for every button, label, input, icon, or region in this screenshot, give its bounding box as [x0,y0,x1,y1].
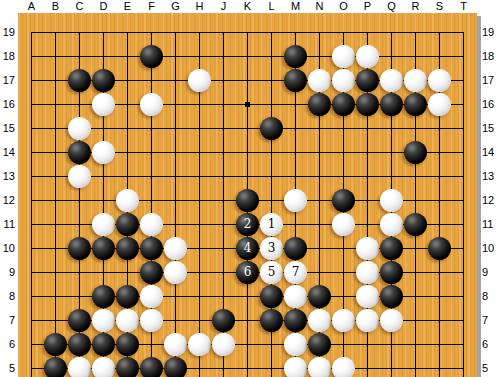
white-stone-P10[interactable] [356,237,379,260]
white-stone-O7[interactable] [332,309,355,332]
col-label-M: M [284,0,308,13]
black-stone-N16[interactable] [308,93,331,116]
white-stone-E7[interactable] [116,309,139,332]
star-point-K16 [245,102,250,107]
white-stone-S17[interactable] [428,69,451,92]
row-label-right-19: 19 [482,25,500,39]
black-stone-Q8[interactable] [380,285,403,308]
black-stone-C17[interactable] [68,69,91,92]
black-stone-C14[interactable] [68,141,91,164]
row-label-right-16: 16 [482,97,500,111]
row-label-left-15: 15 [0,121,15,135]
row-label-right-7: 7 [482,313,500,327]
black-stone-B6[interactable] [44,333,67,356]
move-1-stone-L11[interactable]: 1 [260,213,283,236]
move-5-stone-L9[interactable]: 5 [260,261,283,284]
col-label-J: J [212,0,236,13]
black-stone-D10[interactable] [92,237,115,260]
black-stone-J7[interactable] [212,309,235,332]
col-label-E: E [116,0,140,13]
white-stone-P7[interactable] [356,309,379,332]
white-stone-C5[interactable] [68,357,91,377]
white-stone-N7[interactable] [308,309,331,332]
move-3-stone-L10[interactable]: 3 [260,237,283,260]
board-drop-shadow [477,16,481,377]
grid-line-vertical [31,32,32,377]
black-stone-E11[interactable] [116,213,139,236]
grid-line-vertical [463,32,464,377]
white-stone-N5[interactable] [308,357,331,377]
black-stone-E5[interactable] [116,357,139,377]
black-stone-N6[interactable] [308,333,331,356]
black-stone-L15[interactable] [260,117,283,140]
row-label-left-18: 18 [0,49,15,63]
move-6-stone-K9[interactable]: 6 [236,261,259,284]
move-4-stone-K10[interactable]: 4 [236,237,259,260]
row-label-left-9: 9 [0,265,15,279]
go-board[interactable]: 2143657 [18,13,477,377]
col-label-K: K [236,0,260,13]
white-stone-Q17[interactable] [380,69,403,92]
white-stone-J6[interactable] [212,333,235,356]
col-label-N: N [308,0,332,13]
white-stone-O17[interactable] [332,69,355,92]
white-stone-N17[interactable] [308,69,331,92]
go-app-window: 2143657 ABCDEFGHJKLMNOPQRST 191817161514… [0,0,500,377]
black-stone-M10[interactable] [284,237,307,260]
black-stone-C7[interactable] [68,309,91,332]
black-stone-R11[interactable] [404,213,427,236]
black-stone-F10[interactable] [140,237,163,260]
col-label-T: T [452,0,476,13]
black-stone-M18[interactable] [284,45,307,68]
white-stone-O11[interactable] [332,213,355,236]
black-stone-S10[interactable] [428,237,451,260]
white-stone-F7[interactable] [140,309,163,332]
row-label-left-5: 5 [0,361,15,375]
col-label-Q: Q [380,0,404,13]
row-label-right-10: 10 [482,241,500,255]
white-stone-M8[interactable] [284,285,307,308]
black-stone-D6[interactable] [92,333,115,356]
row-label-right-15: 15 [482,121,500,135]
row-label-left-16: 16 [0,97,15,111]
row-label-left-17: 17 [0,73,15,87]
black-stone-D17[interactable] [92,69,115,92]
black-stone-K12[interactable] [236,189,259,212]
row-label-right-17: 17 [482,73,500,87]
row-label-left-14: 14 [0,145,15,159]
col-label-B: B [44,0,68,13]
row-label-left-12: 12 [0,193,15,207]
white-stone-Q12[interactable] [380,189,403,212]
col-label-C: C [68,0,92,13]
white-stone-Q11[interactable] [380,213,403,236]
white-stone-E12[interactable] [116,189,139,212]
row-label-left-6: 6 [0,337,15,351]
black-stone-O12[interactable] [332,189,355,212]
black-stone-P16[interactable] [356,93,379,116]
row-label-left-10: 10 [0,241,15,255]
black-stone-M17[interactable] [284,69,307,92]
grid-line-horizontal [31,176,464,177]
black-stone-E6[interactable] [116,333,139,356]
black-stone-L7[interactable] [260,309,283,332]
row-label-right-18: 18 [482,49,500,63]
white-stone-G6[interactable] [164,333,187,356]
white-stone-D11[interactable] [92,213,115,236]
grid-line-vertical [55,32,56,377]
col-label-H: H [188,0,212,13]
white-stone-Q7[interactable] [380,309,403,332]
black-stone-B5[interactable] [44,357,67,377]
black-stone-O16[interactable] [332,93,355,116]
col-label-F: F [140,0,164,13]
white-stone-P18[interactable] [356,45,379,68]
white-stone-O18[interactable] [332,45,355,68]
black-stone-N8[interactable] [308,285,331,308]
white-stone-H17[interactable] [188,69,211,92]
black-stone-L8[interactable] [260,285,283,308]
row-label-right-11: 11 [482,217,500,231]
black-stone-R14[interactable] [404,141,427,164]
white-stone-G10[interactable] [164,237,187,260]
col-label-O: O [332,0,356,13]
white-stone-M5[interactable] [284,357,307,377]
row-label-right-8: 8 [482,289,500,303]
row-label-right-13: 13 [482,169,500,183]
grid-line-vertical [175,32,176,377]
white-stone-F11[interactable] [140,213,163,236]
black-stone-D8[interactable] [92,285,115,308]
black-stone-G5[interactable] [164,357,187,377]
black-stone-F5[interactable] [140,357,163,377]
white-stone-D16[interactable] [92,93,115,116]
row-label-right-12: 12 [482,193,500,207]
black-stone-F18[interactable] [140,45,163,68]
move-7-stone-M9[interactable]: 7 [284,261,307,284]
row-label-right-9: 9 [482,265,500,279]
col-label-A: A [20,0,44,13]
white-stone-C13[interactable] [68,165,91,188]
white-stone-H6[interactable] [188,333,211,356]
white-stone-F8[interactable] [140,285,163,308]
row-label-right-6: 6 [482,337,500,351]
white-stone-D7[interactable] [92,309,115,332]
row-label-left-7: 7 [0,313,15,327]
row-label-left-13: 13 [0,169,15,183]
black-stone-R16[interactable] [404,93,427,116]
black-stone-Q9[interactable] [380,261,403,284]
black-stone-P17[interactable] [356,69,379,92]
white-stone-O5[interactable] [332,357,355,377]
white-stone-F16[interactable] [140,93,163,116]
black-stone-M7[interactable] [284,309,307,332]
white-stone-P8[interactable] [356,285,379,308]
col-label-L: L [260,0,284,13]
white-stone-C15[interactable] [68,117,91,140]
black-stone-Q16[interactable] [380,93,403,116]
row-label-right-14: 14 [482,145,500,159]
black-stone-C6[interactable] [68,333,91,356]
white-stone-D5[interactable] [92,357,115,377]
white-stone-M12[interactable] [284,189,307,212]
col-label-S: S [428,0,452,13]
black-stone-F9[interactable] [140,261,163,284]
row-label-right-5: 5 [482,361,500,375]
white-stone-R17[interactable] [404,69,427,92]
black-stone-E8[interactable] [116,285,139,308]
black-stone-Q10[interactable] [380,237,403,260]
col-label-P: P [356,0,380,13]
white-stone-S16[interactable] [428,93,451,116]
move-2-stone-K11[interactable]: 2 [236,213,259,236]
white-stone-G9[interactable] [164,261,187,284]
white-stone-D14[interactable] [92,141,115,164]
col-label-D: D [92,0,116,13]
col-label-G: G [164,0,188,13]
row-label-left-11: 11 [0,217,15,231]
row-label-left-8: 8 [0,289,15,303]
col-label-R: R [404,0,428,13]
grid-line-horizontal [31,56,464,57]
grid-line-horizontal [31,128,464,129]
grid-line-horizontal [31,32,464,33]
white-stone-M6[interactable] [284,333,307,356]
black-stone-C10[interactable] [68,237,91,260]
white-stone-P9[interactable] [356,261,379,284]
black-stone-E10[interactable] [116,237,139,260]
row-label-left-19: 19 [0,25,15,39]
